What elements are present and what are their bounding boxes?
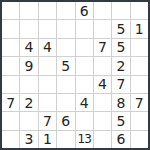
cell-r6c7[interactable]: 8 xyxy=(112,94,129,111)
cell-r1c6[interactable] xyxy=(94,2,111,19)
cell-r7c6[interactable] xyxy=(94,112,111,129)
cell-r1c2[interactable] xyxy=(20,2,37,19)
cell-r3c6[interactable]: 7 xyxy=(94,39,111,56)
cell-r1c5[interactable]: 6 xyxy=(76,2,93,19)
cell-r2c8[interactable]: 1 xyxy=(131,20,148,37)
cell-r5c3[interactable] xyxy=(39,76,56,93)
cell-r1c8[interactable] xyxy=(131,2,148,19)
cell-r4c5[interactable] xyxy=(76,57,93,74)
cell-r6c1[interactable]: 7 xyxy=(2,94,19,111)
cell-r1c1[interactable] xyxy=(2,2,19,19)
cell-r8c1[interactable] xyxy=(2,131,19,148)
cell-r7c2[interactable] xyxy=(20,112,37,129)
cell-r7c3[interactable]: 7 xyxy=(39,112,56,129)
cell-r2c3[interactable] xyxy=(39,20,56,37)
cell-r6c2[interactable]: 2 xyxy=(20,94,37,111)
cell-r5c7[interactable]: 7 xyxy=(112,76,129,93)
cell-r3c5[interactable] xyxy=(76,39,93,56)
cell-r4c3[interactable] xyxy=(39,57,56,74)
cell-r6c6[interactable] xyxy=(94,94,111,111)
cell-r5c4[interactable] xyxy=(57,76,74,93)
cell-r5c8[interactable] xyxy=(131,76,148,93)
cell-r6c5[interactable]: 4 xyxy=(76,94,93,111)
cell-r6c8[interactable]: 7 xyxy=(131,94,148,111)
cell-r2c2[interactable] xyxy=(20,20,37,37)
cell-r1c4[interactable] xyxy=(57,2,74,19)
cell-r5c2[interactable] xyxy=(20,76,37,93)
cell-r7c4[interactable]: 6 xyxy=(57,112,74,129)
cell-r5c5[interactable] xyxy=(76,76,93,93)
cell-r3c4[interactable] xyxy=(57,39,74,56)
cell-r5c6[interactable]: 4 xyxy=(94,76,111,93)
cell-r8c4[interactable] xyxy=(57,131,74,148)
cell-r3c8[interactable] xyxy=(131,39,148,56)
cell-r8c5[interactable]: 13 xyxy=(76,131,93,148)
cell-r2c7[interactable]: 5 xyxy=(112,20,129,37)
cell-r8c7[interactable]: 6 xyxy=(112,131,129,148)
cell-r7c8[interactable] xyxy=(131,112,148,129)
cell-r3c2[interactable]: 4 xyxy=(20,39,37,56)
cell-r1c7[interactable] xyxy=(112,2,129,19)
cell-r2c1[interactable] xyxy=(2,20,19,37)
cell-r2c4[interactable] xyxy=(57,20,74,37)
cell-r7c5[interactable] xyxy=(76,112,93,129)
cell-r3c3[interactable]: 4 xyxy=(39,39,56,56)
cell-r4c2[interactable]: 9 xyxy=(20,57,37,74)
cell-r6c4[interactable] xyxy=(57,94,74,111)
cell-r1c3[interactable] xyxy=(39,2,56,19)
puzzle-board: 6514475952477248776531136 xyxy=(0,0,150,150)
cell-r5c1[interactable] xyxy=(2,76,19,93)
cell-r8c6[interactable] xyxy=(94,131,111,148)
cell-r3c7[interactable]: 5 xyxy=(112,39,129,56)
cell-r8c8[interactable] xyxy=(131,131,148,148)
cell-r2c5[interactable] xyxy=(76,20,93,37)
cell-r7c7[interactable]: 5 xyxy=(112,112,129,129)
cell-r3c1[interactable] xyxy=(2,39,19,56)
cell-r6c3[interactable] xyxy=(39,94,56,111)
cell-r8c3[interactable]: 1 xyxy=(39,131,56,148)
cell-r4c1[interactable] xyxy=(2,57,19,74)
cell-r7c1[interactable] xyxy=(2,112,19,129)
cell-r4c8[interactable] xyxy=(131,57,148,74)
cell-r2c6[interactable] xyxy=(94,20,111,37)
cell-r4c6[interactable] xyxy=(94,57,111,74)
cell-r4c7[interactable]: 2 xyxy=(112,57,129,74)
cell-r8c2[interactable]: 3 xyxy=(20,131,37,148)
cell-r4c4[interactable]: 5 xyxy=(57,57,74,74)
